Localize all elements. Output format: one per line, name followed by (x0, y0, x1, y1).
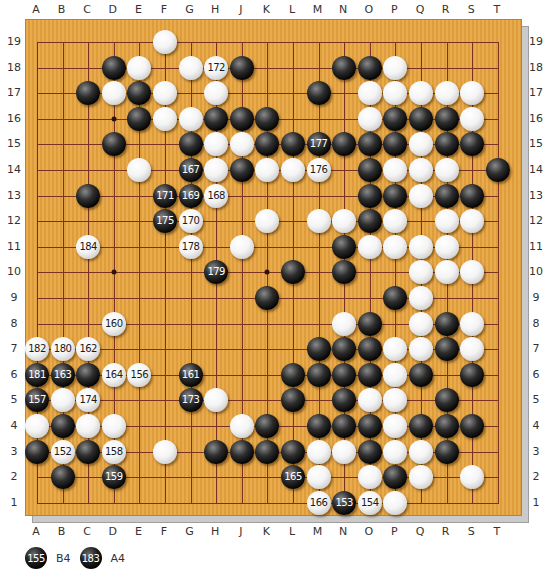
row-label-right: 12 (529, 214, 543, 227)
move-number: 179 (207, 267, 225, 277)
row-label-left: 15 (7, 137, 21, 150)
white-stone-H14 (204, 158, 228, 182)
caption-move-number: 155 (27, 553, 45, 564)
white-stone-O11 (358, 235, 382, 259)
caption-coord-label: B4 (56, 552, 71, 565)
black-stone-C13 (76, 184, 100, 208)
col-label-top: S (468, 3, 475, 16)
black-stone-E17 (127, 81, 151, 105)
black-stone-R15 (435, 132, 459, 156)
white-stone-Q17 (409, 81, 433, 105)
col-label-bottom: N (339, 525, 347, 538)
black-stone-J3 (230, 440, 254, 464)
row-label-right: 10 (529, 265, 543, 278)
black-stone-G14: 167 (179, 158, 203, 182)
white-stone-A7: 182 (25, 337, 49, 361)
black-stone-S13 (460, 184, 484, 208)
white-stone-E18 (127, 56, 151, 80)
white-stone-O5 (358, 388, 382, 412)
move-number: 167 (182, 165, 200, 175)
row-label-left: 6 (11, 367, 18, 380)
white-stone-P6 (383, 363, 407, 387)
black-stone-M4 (307, 414, 331, 438)
col-label-bottom: T (493, 525, 500, 538)
move-number: 174 (79, 395, 97, 405)
col-label-bottom: G (185, 525, 194, 538)
white-stone-C11: 184 (76, 235, 100, 259)
black-stone-R5 (435, 388, 459, 412)
black-stone-L6 (281, 363, 305, 387)
move-number: 172 (207, 63, 225, 73)
caption-move-number: 183 (82, 553, 100, 564)
col-label-top: K (263, 3, 270, 16)
black-stone-D18 (102, 56, 126, 80)
move-number: 152 (54, 447, 72, 457)
row-label-left: 5 (11, 393, 18, 406)
white-stone-P3 (383, 440, 407, 464)
black-stone-N18 (332, 56, 356, 80)
col-label-top: D (109, 3, 117, 16)
white-stone-D3: 158 (102, 440, 126, 464)
black-stone-L5 (281, 388, 305, 412)
white-stone-N12 (332, 209, 356, 233)
grid-line-v (498, 42, 499, 504)
white-stone-P7 (383, 337, 407, 361)
caption: 155B4183A4 (25, 546, 125, 570)
row-label-left: 11 (7, 239, 21, 252)
white-stone-D8: 160 (102, 312, 126, 336)
row-label-left: 8 (11, 316, 18, 329)
black-stone-O8 (358, 312, 382, 336)
white-stone-J15 (230, 132, 254, 156)
row-label-left: 12 (7, 214, 21, 227)
row-label-right: 16 (529, 111, 543, 124)
board-surface: 1721771671761711691681751701841781791601… (25, 19, 522, 516)
black-stone-A3 (25, 440, 49, 464)
col-label-bottom: C (83, 525, 91, 538)
move-number: 163 (54, 370, 72, 380)
col-label-top: F (161, 3, 167, 16)
col-label-bottom: F (161, 525, 167, 538)
black-stone-F13: 171 (153, 184, 177, 208)
black-stone-J16 (230, 107, 254, 131)
black-stone-S6 (460, 363, 484, 387)
col-label-top: B (58, 3, 66, 16)
white-stone-Q8 (409, 312, 433, 336)
col-label-top: R (442, 3, 450, 16)
black-stone-P13 (383, 184, 407, 208)
white-stone-R12 (435, 209, 459, 233)
row-label-left: 18 (7, 60, 21, 73)
white-stone-M14: 176 (307, 158, 331, 182)
white-stone-M1: 166 (307, 491, 331, 515)
col-label-bottom: O (364, 525, 373, 538)
col-label-top: T (493, 3, 500, 16)
black-stone-M15: 177 (307, 132, 331, 156)
row-label-right: 6 (533, 367, 540, 380)
col-label-top: M (313, 3, 323, 16)
white-stone-D6: 164 (102, 363, 126, 387)
black-stone-L15 (281, 132, 305, 156)
white-stone-R10 (435, 260, 459, 284)
black-stone-K16 (255, 107, 279, 131)
white-stone-N8 (332, 312, 356, 336)
black-stone-N6 (332, 363, 356, 387)
col-label-top: J (239, 3, 242, 16)
move-number: 175 (156, 216, 174, 226)
black-stone-R8 (435, 312, 459, 336)
col-label-top: L (289, 3, 295, 16)
move-number: 177 (310, 139, 328, 149)
black-stone-K4 (255, 414, 279, 438)
row-label-right: 19 (529, 35, 543, 48)
white-stone-S8 (460, 312, 484, 336)
go-diagram-page: 1721771671761711691681751701841781791601… (0, 0, 550, 582)
white-stone-F19 (153, 30, 177, 54)
move-number: 164 (105, 370, 123, 380)
move-number: 165 (284, 472, 302, 482)
move-number: 166 (310, 498, 328, 508)
row-label-right: 1 (533, 495, 540, 508)
black-stone-N11 (332, 235, 356, 259)
star-point (111, 270, 116, 275)
row-label-left: 16 (7, 111, 21, 124)
move-number: 180 (54, 344, 72, 354)
black-stone-B4 (51, 414, 75, 438)
move-number: 157 (28, 395, 46, 405)
white-stone-Q2 (409, 465, 433, 489)
black-stone-G6: 161 (179, 363, 203, 387)
col-label-bottom: K (263, 525, 270, 538)
white-stone-P17 (383, 81, 407, 105)
white-stone-K14 (255, 158, 279, 182)
black-stone-E16 (127, 107, 151, 131)
white-stone-O17 (358, 81, 382, 105)
black-stone-F12: 175 (153, 209, 177, 233)
row-label-right: 4 (533, 419, 540, 432)
white-stone-Q15 (409, 132, 433, 156)
white-stone-P11 (383, 235, 407, 259)
row-label-right: 17 (529, 86, 543, 99)
black-stone-L2: 165 (281, 465, 305, 489)
black-stone-O15 (358, 132, 382, 156)
white-stone-H15 (204, 132, 228, 156)
black-stone-O7 (358, 337, 382, 361)
star-point (265, 270, 270, 275)
move-number: 181 (28, 370, 46, 380)
row-label-left: 4 (11, 419, 18, 432)
col-label-bottom: A (32, 525, 40, 538)
black-stone-S15 (460, 132, 484, 156)
white-stone-Q14 (409, 158, 433, 182)
black-stone-P2 (383, 465, 407, 489)
black-stone-R4 (435, 414, 459, 438)
black-stone-Q6 (409, 363, 433, 387)
col-label-top: Q (416, 3, 425, 16)
white-stone-P12 (383, 209, 407, 233)
white-stone-P1 (383, 491, 407, 515)
white-stone-R17 (435, 81, 459, 105)
black-stone-D15 (102, 132, 126, 156)
black-stone-C6 (76, 363, 100, 387)
move-number: 161 (182, 370, 200, 380)
black-stone-K9 (255, 286, 279, 310)
col-label-bottom: L (289, 525, 295, 538)
row-label-right: 5 (533, 393, 540, 406)
black-stone-M6 (307, 363, 331, 387)
black-stone-C3 (76, 440, 100, 464)
row-label-left: 2 (11, 470, 18, 483)
black-stone-B2 (51, 465, 75, 489)
grid-line-h (37, 503, 499, 504)
move-number: 168 (207, 191, 225, 201)
white-stone-G12: 170 (179, 209, 203, 233)
move-number: 160 (105, 319, 123, 329)
move-number: 178 (182, 242, 200, 252)
white-stone-S17 (460, 81, 484, 105)
white-stone-Q7 (409, 337, 433, 361)
row-label-right: 7 (533, 342, 540, 355)
col-label-bottom: D (109, 525, 117, 538)
black-stone-N1: 153 (332, 491, 356, 515)
white-stone-S7 (460, 337, 484, 361)
star-point (111, 116, 116, 121)
white-stone-Q10 (409, 260, 433, 284)
black-stone-B6: 163 (51, 363, 75, 387)
black-stone-G13: 169 (179, 184, 203, 208)
white-stone-R11 (435, 235, 459, 259)
white-stone-Q9 (409, 286, 433, 310)
row-label-right: 18 (529, 60, 543, 73)
black-stone-G15 (179, 132, 203, 156)
white-stone-P14 (383, 158, 407, 182)
white-stone-S12 (460, 209, 484, 233)
black-stone-M17 (307, 81, 331, 105)
row-label-left: 7 (11, 342, 18, 355)
move-number: 184 (79, 242, 97, 252)
col-label-bottom: B (58, 525, 66, 538)
white-stone-Q3 (409, 440, 433, 464)
move-number: 159 (105, 472, 123, 482)
white-stone-F16 (153, 107, 177, 131)
white-stone-G11: 178 (179, 235, 203, 259)
black-stone-K15 (255, 132, 279, 156)
white-stone-J11 (230, 235, 254, 259)
col-label-top: N (339, 3, 347, 16)
black-stone-N5 (332, 388, 356, 412)
row-label-left: 17 (7, 86, 21, 99)
black-stone-R3 (435, 440, 459, 464)
black-stone-N10 (332, 260, 356, 284)
black-stone-R7 (435, 337, 459, 361)
white-stone-B7: 180 (51, 337, 75, 361)
white-stone-A4 (25, 414, 49, 438)
white-stone-N3 (332, 440, 356, 464)
row-label-right: 9 (533, 291, 540, 304)
white-stone-P4 (383, 414, 407, 438)
black-stone-O4 (358, 414, 382, 438)
black-stone-C17 (76, 81, 100, 105)
white-stone-J4 (230, 414, 254, 438)
white-stone-Q13 (409, 184, 433, 208)
white-stone-O16 (358, 107, 382, 131)
white-stone-B5 (51, 388, 75, 412)
col-label-top: H (211, 3, 219, 16)
white-stone-S2 (460, 465, 484, 489)
white-stone-C5: 174 (76, 388, 100, 412)
row-label-left: 1 (11, 495, 18, 508)
move-number: 158 (105, 447, 123, 457)
row-label-left: 10 (7, 265, 21, 278)
col-label-bottom: E (135, 525, 142, 538)
white-stone-O1: 154 (358, 491, 382, 515)
row-label-right: 11 (529, 239, 543, 252)
col-label-top: E (135, 3, 142, 16)
black-stone-M7 (307, 337, 331, 361)
black-stone-P9 (383, 286, 407, 310)
black-stone-A6: 181 (25, 363, 49, 387)
col-label-top: G (185, 3, 194, 16)
col-label-top: A (32, 3, 40, 16)
black-stone-O13 (358, 184, 382, 208)
move-number: 153 (335, 498, 353, 508)
white-stone-E14 (127, 158, 151, 182)
col-label-bottom: S (468, 525, 475, 538)
move-number: 176 (310, 165, 328, 175)
col-label-bottom: Q (416, 525, 425, 538)
white-stone-L14 (281, 158, 305, 182)
white-stone-F3 (153, 440, 177, 464)
black-stone-P16 (383, 107, 407, 131)
col-label-bottom: J (239, 525, 242, 538)
white-stone-G18 (179, 56, 203, 80)
white-stone-P18 (383, 56, 407, 80)
white-stone-F17 (153, 81, 177, 105)
white-stone-H13: 168 (204, 184, 228, 208)
move-number: 182 (28, 344, 46, 354)
black-stone-J18 (230, 56, 254, 80)
col-label-bottom: H (211, 525, 219, 538)
white-stone-S10 (460, 260, 484, 284)
white-stone-B3: 152 (51, 440, 75, 464)
white-stone-R14 (435, 158, 459, 182)
caption-stone-155: 155 (25, 547, 47, 569)
row-label-left: 13 (7, 188, 21, 201)
white-stone-M12 (307, 209, 331, 233)
move-number: 156 (131, 370, 149, 380)
white-stone-E6: 156 (127, 363, 151, 387)
white-stone-P5 (383, 388, 407, 412)
move-number: 169 (182, 191, 200, 201)
black-stone-O6 (358, 363, 382, 387)
white-stone-O2 (358, 465, 382, 489)
row-label-right: 8 (533, 316, 540, 329)
move-number: 171 (156, 191, 174, 201)
black-stone-H16 (204, 107, 228, 131)
row-label-left: 19 (7, 35, 21, 48)
black-stone-O12 (358, 209, 382, 233)
black-stone-G5: 173 (179, 388, 203, 412)
black-stone-L3 (281, 440, 305, 464)
row-label-right: 14 (529, 163, 543, 176)
black-stone-H10: 179 (204, 260, 228, 284)
black-stone-R16 (435, 107, 459, 131)
row-label-right: 2 (533, 470, 540, 483)
black-stone-L10 (281, 260, 305, 284)
move-number: 154 (361, 498, 379, 508)
row-label-left: 3 (11, 444, 18, 457)
black-stone-J14 (230, 158, 254, 182)
white-stone-H18: 172 (204, 56, 228, 80)
white-stone-M3 (307, 440, 331, 464)
move-number: 170 (182, 216, 200, 226)
black-stone-Q4 (409, 414, 433, 438)
white-stone-H5 (204, 388, 228, 412)
black-stone-A5: 157 (25, 388, 49, 412)
white-stone-D17 (102, 81, 126, 105)
col-label-bottom: P (391, 525, 398, 538)
move-number: 162 (79, 344, 97, 354)
black-stone-O18 (358, 56, 382, 80)
white-stone-G16 (179, 107, 203, 131)
black-stone-O3 (358, 440, 382, 464)
caption-stone-183: 183 (80, 547, 102, 569)
white-stone-K12 (255, 209, 279, 233)
black-stone-O14 (358, 158, 382, 182)
black-stone-N15 (332, 132, 356, 156)
col-label-top: P (391, 3, 398, 16)
col-label-top: O (364, 3, 373, 16)
black-stone-Q16 (409, 107, 433, 131)
row-label-left: 14 (7, 163, 21, 176)
row-label-right: 13 (529, 188, 543, 201)
black-stone-N7 (332, 337, 356, 361)
white-stone-D4 (102, 414, 126, 438)
white-stone-Q11 (409, 235, 433, 259)
black-stone-T14 (486, 158, 510, 182)
black-stone-D2: 159 (102, 465, 126, 489)
row-label-left: 9 (11, 291, 18, 304)
black-stone-N4 (332, 414, 356, 438)
black-stone-S4 (460, 414, 484, 438)
white-stone-C4 (76, 414, 100, 438)
move-number: 173 (182, 395, 200, 405)
caption-coord-label: A4 (111, 552, 126, 565)
white-stone-C7: 162 (76, 337, 100, 361)
black-stone-H3 (204, 440, 228, 464)
black-stone-R13 (435, 184, 459, 208)
black-stone-K3 (255, 440, 279, 464)
row-label-right: 15 (529, 137, 543, 150)
col-label-bottom: R (442, 525, 450, 538)
white-stone-M2 (307, 465, 331, 489)
row-label-right: 3 (533, 444, 540, 457)
black-stone-P15 (383, 132, 407, 156)
col-label-top: C (83, 3, 91, 16)
grid-line-h (37, 400, 499, 401)
col-label-bottom: M (313, 525, 323, 538)
white-stone-H17 (204, 81, 228, 105)
white-stone-S16 (460, 107, 484, 131)
